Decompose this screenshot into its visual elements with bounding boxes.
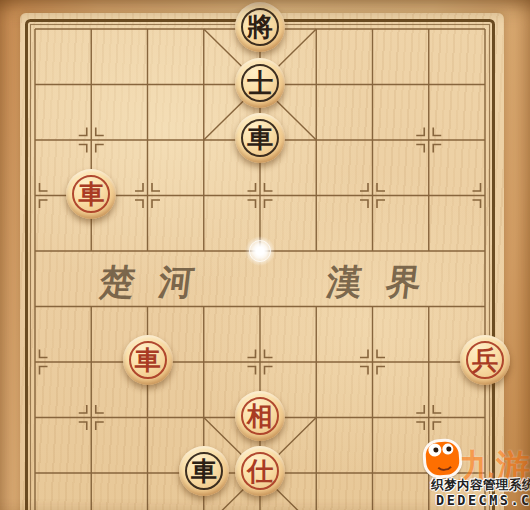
- piece-black-chariot-1[interactable]: 車: [235, 113, 285, 163]
- piece-red-elephant[interactable]: 相: [235, 391, 285, 441]
- piece-glyph: 仕: [235, 446, 285, 496]
- piece-glyph: 將: [235, 2, 285, 52]
- piece-glyph: 車: [66, 169, 116, 219]
- piece-glyph: 車: [235, 113, 285, 163]
- piece-glyph: 相: [235, 391, 285, 441]
- piece-red-advisor[interactable]: 仕: [235, 446, 285, 496]
- piece-black-advisor[interactable]: 士: [235, 58, 285, 108]
- piece-glyph: 車: [123, 335, 173, 385]
- piece-glyph: 士: [235, 58, 285, 108]
- mascot-eye-left: [428, 443, 442, 457]
- piece-black-general[interactable]: 將: [235, 2, 285, 52]
- xiangqi-app: 楚河 漢界 將士車車車兵相車仕 九游 织梦内容管理系统 DEDECMS.COM: [0, 0, 530, 510]
- piece-red-chariot-2[interactable]: 車: [123, 335, 173, 385]
- piece-red-chariot-1[interactable]: 車: [66, 169, 116, 219]
- mascot-eye-right: [442, 443, 454, 455]
- river-label-left: 楚河: [97, 259, 221, 306]
- watermark-url-text: DEDECMS.COM: [436, 492, 530, 508]
- piece-black-chariot-2[interactable]: 車: [179, 446, 229, 496]
- piece-glyph: 車: [179, 446, 229, 496]
- river-label-right: 漢界: [324, 259, 448, 306]
- mascot-mouth: [434, 459, 455, 471]
- piece-red-soldier[interactable]: 兵: [460, 335, 510, 385]
- piece-glyph: 兵: [460, 335, 510, 385]
- watermark-mascot-icon: [422, 438, 464, 480]
